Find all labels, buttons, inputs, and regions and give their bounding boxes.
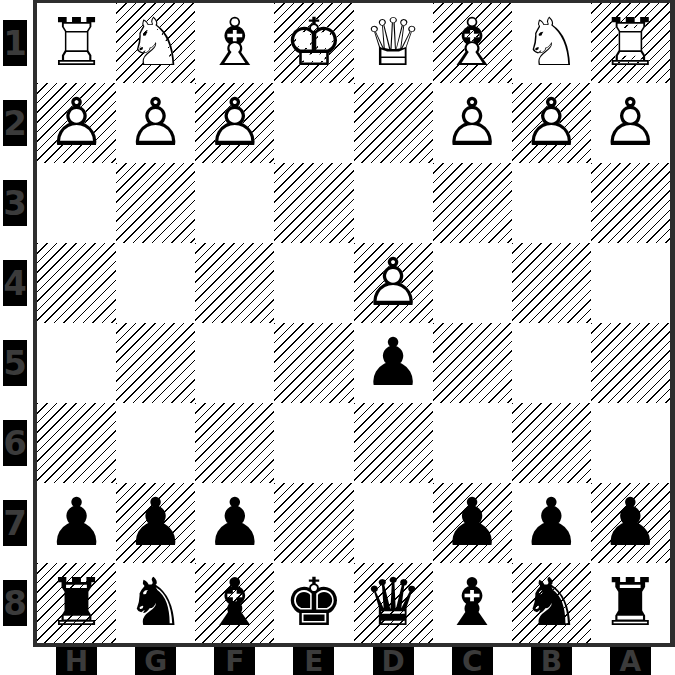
file-label-b: B (531, 647, 572, 675)
rank-label-cell-6: 6 (0, 403, 33, 483)
square-e2[interactable] (274, 83, 353, 163)
square-e5[interactable] (274, 323, 353, 403)
piece-white-pawn[interactable]: ♟♙ (354, 243, 433, 323)
square-b5[interactable] (512, 323, 591, 403)
piece-black-rook[interactable]: ♜ (591, 563, 670, 643)
square-e6[interactable] (274, 403, 353, 483)
rank-label-cell-8: 8 (0, 563, 33, 643)
rank-label-cell-3: 3 (0, 163, 33, 243)
square-f8[interactable]: ♝ (195, 563, 274, 643)
piece-white-knight[interactable]: ♞♘ (116, 3, 195, 83)
square-b2[interactable]: ♟♙ (512, 83, 591, 163)
piece-outline: ♖ (591, 3, 670, 83)
file-label-cell-h: H (37, 647, 116, 675)
square-d7[interactable] (354, 483, 433, 563)
piece-outline: ♙ (591, 83, 670, 163)
piece-outline: ♙ (354, 243, 433, 323)
square-c6[interactable] (433, 403, 512, 483)
square-b8[interactable]: ♞ (512, 563, 591, 643)
piece-glyph: ♟ (116, 483, 195, 563)
square-g6[interactable] (116, 403, 195, 483)
square-d3[interactable] (354, 163, 433, 243)
piece-black-pawn[interactable]: ♟ (512, 483, 591, 563)
square-c2[interactable]: ♟♙ (433, 83, 512, 163)
piece-black-bishop[interactable]: ♝ (433, 563, 512, 643)
square-c4[interactable] (433, 243, 512, 323)
square-h6[interactable] (37, 403, 116, 483)
rank-label-7: 7 (3, 500, 27, 546)
piece-outline: ♔ (274, 3, 353, 83)
piece-glyph: ♟ (37, 483, 116, 563)
square-g8[interactable]: ♞ (116, 563, 195, 643)
piece-white-bishop[interactable]: ♝♗ (433, 3, 512, 83)
piece-white-pawn[interactable]: ♟♙ (37, 83, 116, 163)
square-a1[interactable]: ♜♖ (591, 3, 670, 83)
square-d4[interactable]: ♟♙ (354, 243, 433, 323)
piece-white-queen[interactable]: ♛♕ (354, 3, 433, 83)
square-d2[interactable] (354, 83, 433, 163)
square-g4[interactable] (116, 243, 195, 323)
piece-white-knight[interactable]: ♞♘ (512, 3, 591, 83)
piece-glyph: ♟ (354, 323, 433, 403)
square-f5[interactable] (195, 323, 274, 403)
rank-label-cell-1: 1 (0, 3, 33, 83)
file-label-cell-a: A (591, 647, 670, 675)
square-b4[interactable] (512, 243, 591, 323)
square-b6[interactable] (512, 403, 591, 483)
rank-label-5: 5 (3, 340, 27, 386)
square-c8[interactable]: ♝ (433, 563, 512, 643)
piece-white-pawn[interactable]: ♟♙ (433, 83, 512, 163)
square-a2[interactable]: ♟♙ (591, 83, 670, 163)
rank-label-cell-2: 2 (0, 83, 33, 163)
piece-white-pawn[interactable]: ♟♙ (116, 83, 195, 163)
piece-white-pawn[interactable]: ♟♙ (195, 83, 274, 163)
piece-white-rook[interactable]: ♜♖ (591, 3, 670, 83)
square-d1[interactable]: ♛♕ (354, 3, 433, 83)
file-label-cell-b: B (512, 647, 591, 675)
square-g5[interactable] (116, 323, 195, 403)
file-label-c: C (452, 647, 493, 675)
piece-glyph: ♚ (274, 563, 353, 643)
piece-glyph: ♟ (512, 483, 591, 563)
rank-label-cell-7: 7 (0, 483, 33, 563)
square-g3[interactable] (116, 163, 195, 243)
file-label-a: A (610, 647, 651, 675)
square-h3[interactable] (37, 163, 116, 243)
square-f1[interactable]: ♝♗ (195, 3, 274, 83)
piece-outline: ♘ (116, 3, 195, 83)
piece-black-knight[interactable]: ♞ (512, 563, 591, 643)
square-e3[interactable] (274, 163, 353, 243)
square-c3[interactable] (433, 163, 512, 243)
file-label-cell-d: D (354, 647, 433, 675)
piece-outline: ♗ (433, 3, 512, 83)
piece-glyph: ♟ (591, 483, 670, 563)
square-h5[interactable] (37, 323, 116, 403)
piece-glyph: ♝ (433, 563, 512, 643)
square-h7[interactable]: ♟ (37, 483, 116, 563)
piece-outline: ♕ (354, 3, 433, 83)
piece-black-pawn[interactable]: ♟ (195, 483, 274, 563)
file-labels: HGFEDCBA (33, 647, 675, 675)
square-h4[interactable] (37, 243, 116, 323)
rank-label-cell-5: 5 (0, 323, 33, 403)
piece-glyph: ♛ (354, 563, 433, 643)
piece-black-rook[interactable]: ♜ (37, 563, 116, 643)
piece-black-pawn[interactable]: ♟ (354, 323, 433, 403)
rank-label-1: 1 (3, 20, 27, 66)
square-b7[interactable]: ♟ (512, 483, 591, 563)
piece-glyph: ♜ (591, 563, 670, 643)
square-a5[interactable] (591, 323, 670, 403)
square-a8[interactable]: ♜ (591, 563, 670, 643)
square-d6[interactable] (354, 403, 433, 483)
file-label-cell-g: G (116, 647, 195, 675)
file-label-d: D (373, 647, 414, 675)
rank-label-cell-4: 4 (0, 243, 33, 323)
piece-white-pawn[interactable]: ♟♙ (591, 83, 670, 163)
piece-white-bishop[interactable]: ♝♗ (195, 3, 274, 83)
file-label-g: G (135, 647, 176, 675)
file-label-f: F (214, 647, 255, 675)
piece-outline: ♙ (37, 83, 116, 163)
rank-label-8: 8 (3, 580, 27, 626)
square-d8[interactable]: ♛ (354, 563, 433, 643)
square-f4[interactable] (195, 243, 274, 323)
square-a3[interactable] (591, 163, 670, 243)
square-f3[interactable] (195, 163, 274, 243)
rank-label-6: 6 (3, 420, 27, 466)
square-b3[interactable] (512, 163, 591, 243)
square-e8[interactable]: ♚ (274, 563, 353, 643)
rank-label-4: 4 (3, 260, 27, 306)
square-d5[interactable]: ♟ (354, 323, 433, 403)
piece-glyph: ♜ (37, 563, 116, 643)
square-a7[interactable]: ♟ (591, 483, 670, 563)
square-e1[interactable]: ♚♔ (274, 3, 353, 83)
piece-outline: ♙ (195, 83, 274, 163)
square-f6[interactable] (195, 403, 274, 483)
piece-glyph: ♟ (433, 483, 512, 563)
file-label-h: H (56, 647, 97, 675)
square-c5[interactable] (433, 323, 512, 403)
piece-black-pawn[interactable]: ♟ (116, 483, 195, 563)
rank-label-3: 3 (3, 180, 27, 226)
piece-white-rook[interactable]: ♜♖ (37, 3, 116, 83)
chess-diagram: 12345678 ♜♖♞♘♝♗♚♔♛♕♝♗♞♘♜♖♟♙♟♙♟♙♟♙♟♙♟♙♟♙♟… (0, 0, 675, 675)
piece-black-pawn[interactable]: ♟ (591, 483, 670, 563)
piece-black-knight[interactable]: ♞ (116, 563, 195, 643)
chess-board: ♜♖♞♘♝♗♚♔♛♕♝♗♞♘♜♖♟♙♟♙♟♙♟♙♟♙♟♙♟♙♟♟♟♟♟♟♟♜♞♝… (33, 0, 675, 647)
square-e4[interactable] (274, 243, 353, 323)
file-label-cell-f: F (195, 647, 274, 675)
piece-outline: ♘ (512, 3, 591, 83)
square-h8[interactable]: ♜ (37, 563, 116, 643)
piece-white-pawn[interactable]: ♟♙ (512, 83, 591, 163)
rank-labels: 12345678 (0, 0, 33, 647)
piece-black-king[interactable]: ♚ (274, 563, 353, 643)
square-f7[interactable]: ♟ (195, 483, 274, 563)
piece-glyph: ♝ (195, 563, 274, 643)
file-label-e: E (293, 647, 334, 675)
board-grid: ♜♖♞♘♝♗♚♔♛♕♝♗♞♘♜♖♟♙♟♙♟♙♟♙♟♙♟♙♟♙♟♟♟♟♟♟♟♜♞♝… (37, 3, 670, 643)
file-label-cell-e: E (274, 647, 353, 675)
piece-outline: ♙ (433, 83, 512, 163)
piece-glyph: ♞ (512, 563, 591, 643)
rank-label-2: 2 (3, 100, 27, 146)
piece-black-bishop[interactable]: ♝ (195, 563, 274, 643)
file-label-cell-c: C (433, 647, 512, 675)
piece-outline: ♙ (512, 83, 591, 163)
square-h2[interactable]: ♟♙ (37, 83, 116, 163)
square-e7[interactable] (274, 483, 353, 563)
piece-black-pawn[interactable]: ♟ (433, 483, 512, 563)
square-c1[interactable]: ♝♗ (433, 3, 512, 83)
piece-glyph: ♟ (195, 483, 274, 563)
piece-outline: ♙ (116, 83, 195, 163)
piece-black-queen[interactable]: ♛ (354, 563, 433, 643)
piece-glyph: ♞ (116, 563, 195, 643)
square-h1[interactable]: ♜♖ (37, 3, 116, 83)
square-a6[interactable] (591, 403, 670, 483)
square-g1[interactable]: ♞♘ (116, 3, 195, 83)
piece-black-pawn[interactable]: ♟ (37, 483, 116, 563)
square-f2[interactable]: ♟♙ (195, 83, 274, 163)
piece-outline: ♖ (37, 3, 116, 83)
piece-white-king[interactable]: ♚♔ (274, 3, 353, 83)
square-b1[interactable]: ♞♘ (512, 3, 591, 83)
square-a4[interactable] (591, 243, 670, 323)
square-c7[interactable]: ♟ (433, 483, 512, 563)
piece-outline: ♗ (195, 3, 274, 83)
square-g7[interactable]: ♟ (116, 483, 195, 563)
square-g2[interactable]: ♟♙ (116, 83, 195, 163)
